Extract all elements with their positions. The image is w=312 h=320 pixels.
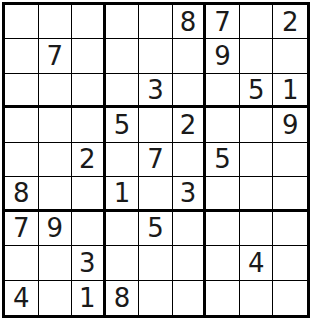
sudoku-cell-r2c5[interactable] <box>139 39 173 73</box>
sudoku-given-r5c3: 2 <box>72 143 106 177</box>
sudoku-cell-r6c3[interactable] <box>72 177 106 211</box>
sudoku-cell-r1c5[interactable] <box>139 5 173 39</box>
sudoku-cell-r4c5[interactable] <box>139 108 173 142</box>
sudoku-given-r7c5: 5 <box>139 212 173 246</box>
sudoku-cell-r8c1[interactable] <box>5 246 39 280</box>
sudoku-cell-r4c7[interactable] <box>206 108 240 142</box>
sudoku-cell-r2c1[interactable] <box>5 39 39 73</box>
sudoku-given-r4c6: 2 <box>173 108 207 142</box>
sudoku-cell-r5c6[interactable] <box>173 143 207 177</box>
sudoku-cell-r2c4[interactable] <box>106 39 140 73</box>
sudoku-cell-r1c8[interactable] <box>240 5 274 39</box>
sudoku-given-r9c4: 8 <box>106 281 140 315</box>
sudoku-given-r3c8: 5 <box>240 74 274 108</box>
sudoku-cell-r9c5[interactable] <box>139 281 173 315</box>
sudoku-page: 8727935152927581379534418 <box>0 0 312 320</box>
sudoku-cell-r9c6[interactable] <box>173 281 207 315</box>
sudoku-cell-r2c6[interactable] <box>173 39 207 73</box>
sudoku-cell-r5c9[interactable] <box>273 143 307 177</box>
sudoku-cell-r1c1[interactable] <box>5 5 39 39</box>
sudoku-given-r3c5: 3 <box>139 74 173 108</box>
sudoku-cell-r3c7[interactable] <box>206 74 240 108</box>
sudoku-cell-r7c9[interactable] <box>273 212 307 246</box>
sudoku-given-r3c9: 1 <box>273 74 307 108</box>
sudoku-cell-r4c2[interactable] <box>39 108 73 142</box>
sudoku-cell-r3c3[interactable] <box>72 74 106 108</box>
sudoku-given-r1c7: 7 <box>206 5 240 39</box>
sudoku-cell-r6c7[interactable] <box>206 177 240 211</box>
sudoku-cell-r9c9[interactable] <box>273 281 307 315</box>
sudoku-cell-r4c8[interactable] <box>240 108 274 142</box>
sudoku-cell-r3c4[interactable] <box>106 74 140 108</box>
sudoku-cell-r5c1[interactable] <box>5 143 39 177</box>
sudoku-cell-r9c2[interactable] <box>39 281 73 315</box>
sudoku-given-r9c1: 4 <box>5 281 39 315</box>
sudoku-cell-r7c6[interactable] <box>173 212 207 246</box>
sudoku-cell-r7c4[interactable] <box>106 212 140 246</box>
sudoku-cell-r3c2[interactable] <box>39 74 73 108</box>
sudoku-cell-r3c6[interactable] <box>173 74 207 108</box>
sudoku-cell-r5c4[interactable] <box>106 143 140 177</box>
sudoku-cell-r8c4[interactable] <box>106 246 140 280</box>
sudoku-cell-r2c3[interactable] <box>72 39 106 73</box>
sudoku-cell-r5c8[interactable] <box>240 143 274 177</box>
sudoku-cell-r8c5[interactable] <box>139 246 173 280</box>
sudoku-cell-r4c1[interactable] <box>5 108 39 142</box>
sudoku-given-r4c4: 5 <box>106 108 140 142</box>
sudoku-given-r1c6: 8 <box>173 5 207 39</box>
sudoku-cell-r2c9[interactable] <box>273 39 307 73</box>
sudoku-cell-r6c9[interactable] <box>273 177 307 211</box>
sudoku-cell-r2c8[interactable] <box>240 39 274 73</box>
sudoku-board: 8727935152927581379534418 <box>2 2 310 318</box>
sudoku-cell-r1c3[interactable] <box>72 5 106 39</box>
sudoku-given-r5c7: 5 <box>206 143 240 177</box>
sudoku-cell-r7c3[interactable] <box>72 212 106 246</box>
sudoku-given-r1c9: 2 <box>273 5 307 39</box>
sudoku-cell-r9c8[interactable] <box>240 281 274 315</box>
sudoku-given-r6c4: 1 <box>106 177 140 211</box>
sudoku-cell-r8c6[interactable] <box>173 246 207 280</box>
sudoku-cell-r7c7[interactable] <box>206 212 240 246</box>
sudoku-given-r2c7: 9 <box>206 39 240 73</box>
sudoku-cell-r6c2[interactable] <box>39 177 73 211</box>
sudoku-given-r7c1: 7 <box>5 212 39 246</box>
sudoku-cell-r5c2[interactable] <box>39 143 73 177</box>
sudoku-given-r5c5: 7 <box>139 143 173 177</box>
sudoku-cell-r8c9[interactable] <box>273 246 307 280</box>
sudoku-given-r4c9: 9 <box>273 108 307 142</box>
sudoku-cell-r8c2[interactable] <box>39 246 73 280</box>
sudoku-cell-r3c1[interactable] <box>5 74 39 108</box>
sudoku-cell-r1c2[interactable] <box>39 5 73 39</box>
sudoku-given-r7c2: 9 <box>39 212 73 246</box>
sudoku-given-r8c8: 4 <box>240 246 274 280</box>
sudoku-cell-r6c5[interactable] <box>139 177 173 211</box>
sudoku-cell-r4c3[interactable] <box>72 108 106 142</box>
sudoku-cell-r8c7[interactable] <box>206 246 240 280</box>
sudoku-cell-r7c8[interactable] <box>240 212 274 246</box>
sudoku-given-r8c3: 3 <box>72 246 106 280</box>
sudoku-given-r6c6: 3 <box>173 177 207 211</box>
sudoku-given-r2c2: 7 <box>39 39 73 73</box>
sudoku-cell-r1c4[interactable] <box>106 5 140 39</box>
sudoku-cell-r9c7[interactable] <box>206 281 240 315</box>
sudoku-given-r9c3: 1 <box>72 281 106 315</box>
sudoku-given-r6c1: 8 <box>5 177 39 211</box>
sudoku-cell-r6c8[interactable] <box>240 177 274 211</box>
